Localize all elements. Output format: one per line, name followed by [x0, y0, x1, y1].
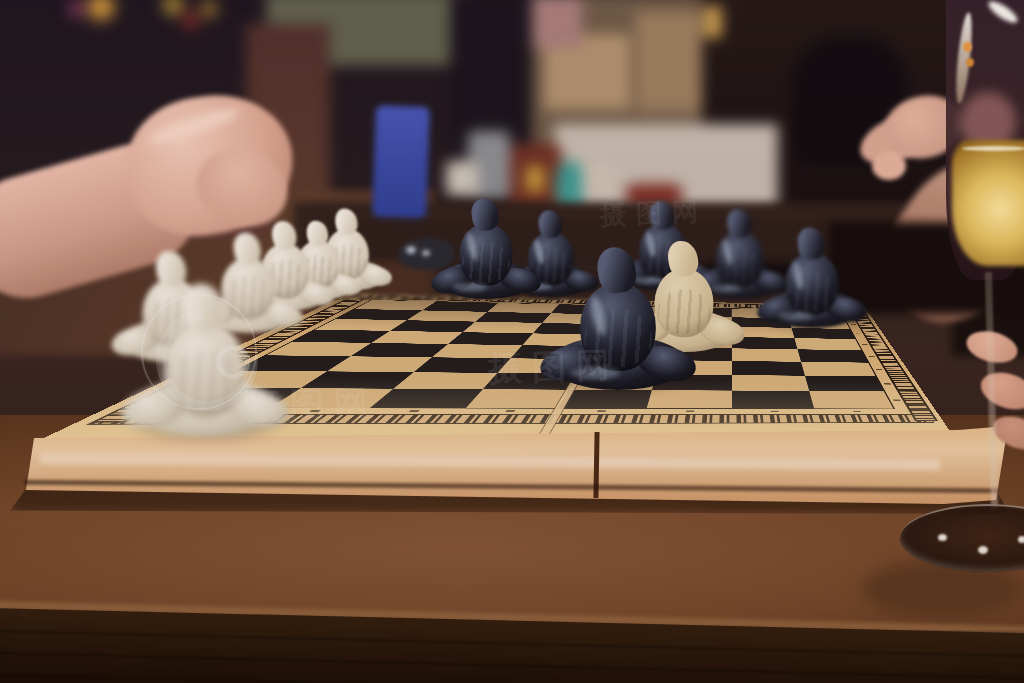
coordinate-mark	[868, 356, 874, 357]
glass-sparkle	[938, 534, 947, 541]
square-h3[interactable]	[801, 362, 876, 376]
photo-scene: 摄图网 摄图网 摄图网	[0, 0, 1024, 683]
dumpling-part	[453, 283, 487, 292]
glass-sparkle	[978, 546, 988, 554]
watermark-text: 摄图网	[245, 380, 379, 431]
square-g4[interactable]	[732, 348, 801, 361]
wine-surface-highlight	[962, 146, 1024, 151]
glass-sparkle	[1018, 536, 1024, 543]
blue-menu-box	[372, 105, 430, 219]
coordinate-mark	[875, 369, 882, 370]
watermark-logo-dot	[216, 345, 250, 379]
wood-grain-line	[0, 652, 1024, 679]
square-c5[interactable]	[448, 332, 533, 345]
glass-amber-glint	[966, 58, 974, 67]
watermark-text: 摄图网	[599, 194, 708, 233]
square-h4[interactable]	[798, 349, 869, 362]
wood-grain-line	[0, 630, 1024, 657]
dumpling-part	[779, 312, 813, 321]
square-g3[interactable]	[732, 361, 805, 376]
right-player-pinched-fingers	[872, 152, 906, 180]
watermark-text: 摄图网	[487, 342, 621, 393]
white-wine	[952, 140, 1024, 266]
glass-amber-glint	[963, 42, 972, 52]
coordinate-mark	[861, 344, 867, 345]
